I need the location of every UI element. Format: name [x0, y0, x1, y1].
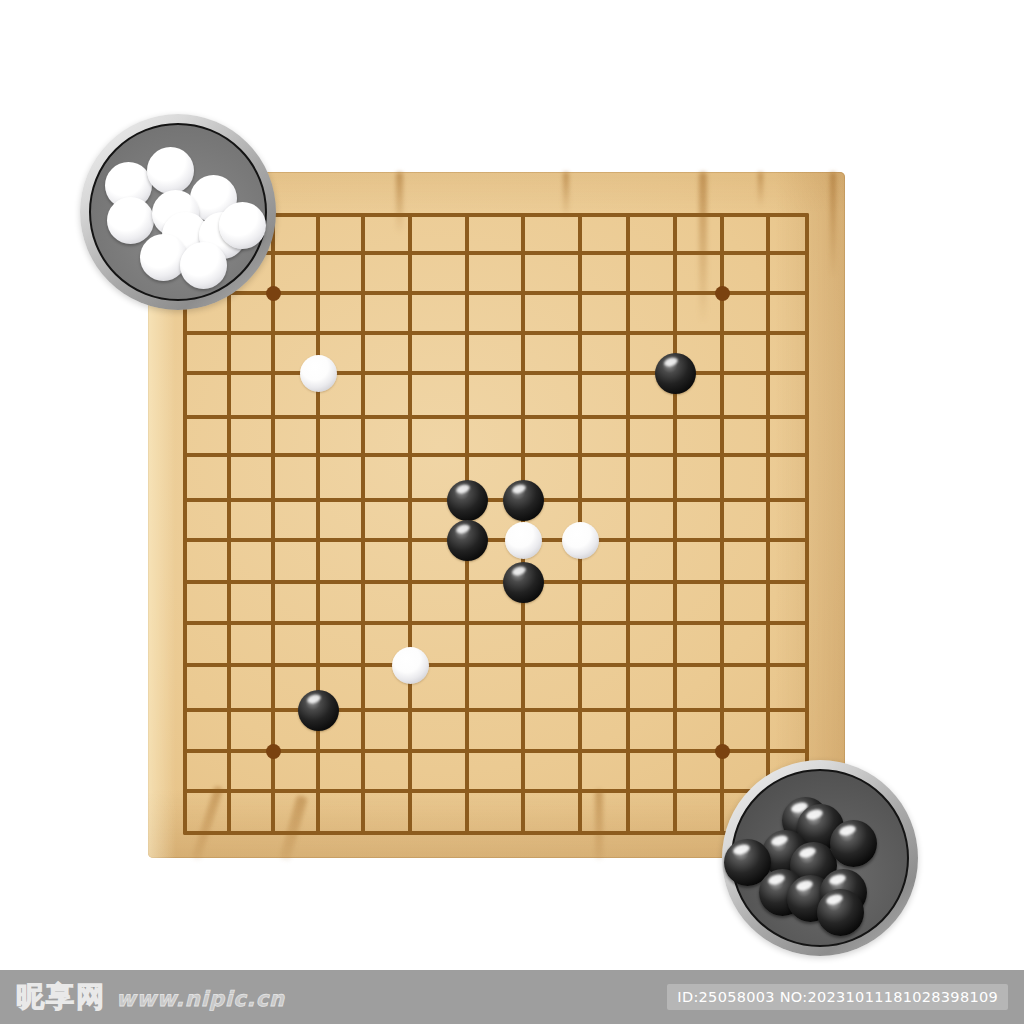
- watermark-site-url: www.nipic.cn: [116, 987, 285, 1011]
- bowl-white-stone: [180, 242, 227, 289]
- grid-line-horizontal: [183, 831, 809, 835]
- black-stone: [447, 480, 488, 521]
- black-stones-bowl: [722, 760, 918, 956]
- grid-line-horizontal: [183, 453, 809, 457]
- wood-grain-streak: [191, 785, 223, 860]
- grid-line-horizontal: [183, 415, 809, 419]
- bowl-black-stone: [817, 889, 864, 936]
- grid-line-horizontal: [183, 580, 809, 584]
- grid-line-vertical: [766, 213, 770, 835]
- wood-grain-streak: [396, 172, 403, 234]
- black-stone: [503, 480, 544, 521]
- bowl-white-stone: [147, 147, 194, 194]
- grid-line-horizontal: [183, 251, 809, 255]
- grid-line-horizontal: [183, 708, 809, 712]
- bowl-white-stone: [140, 234, 187, 281]
- star-point: [266, 286, 281, 301]
- watermark-site-name: 昵享网: [16, 978, 106, 1016]
- star-point: [266, 744, 281, 759]
- wood-grain-streak: [699, 172, 707, 324]
- grid-line-horizontal: [183, 538, 809, 542]
- grid-line-horizontal: [183, 789, 809, 793]
- grid-line-vertical: [227, 213, 231, 835]
- grid-line-vertical: [720, 213, 724, 835]
- black-stone: [447, 520, 488, 561]
- wood-grain-streak: [563, 172, 569, 218]
- grid-line-horizontal: [183, 371, 809, 375]
- grid-line-vertical: [626, 213, 630, 835]
- watermark-site: 昵享网 www.nipic.cn: [16, 978, 285, 1016]
- watermark-bar: 昵享网 www.nipic.cn ID:25058003 NO:20231011…: [0, 970, 1024, 1024]
- grid-line-vertical: [271, 213, 275, 835]
- grid-line-vertical: [805, 213, 809, 835]
- grid-line-horizontal: [183, 213, 809, 217]
- white-stones-bowl: [80, 114, 276, 310]
- black-stone: [655, 353, 696, 394]
- go-illustration-canvas: 昵享网 www.nipic.cn ID:25058003 NO:20231011…: [0, 0, 1024, 1024]
- white-stone: [505, 522, 542, 559]
- grid-line-vertical: [408, 213, 412, 835]
- grid-line-horizontal: [183, 498, 809, 502]
- star-point: [715, 286, 730, 301]
- grid-line-vertical: [673, 213, 677, 835]
- grid-line-vertical: [316, 213, 320, 835]
- grid-line-horizontal: [183, 621, 809, 625]
- black-stone: [298, 690, 339, 731]
- black-stone: [503, 562, 544, 603]
- watermark-id-badge: ID:25058003 NO:20231011181028398109: [667, 984, 1008, 1010]
- white-stone: [562, 522, 599, 559]
- grid-line-horizontal: [183, 331, 809, 335]
- star-point: [715, 744, 730, 759]
- wood-grain-streak: [830, 172, 836, 278]
- grid-line-vertical: [361, 213, 365, 835]
- wood-grain-streak: [758, 172, 763, 207]
- bowl-white-stone: [107, 197, 154, 244]
- white-stone: [392, 647, 429, 684]
- bowl-black-stone: [830, 820, 877, 867]
- wood-grain-streak: [279, 795, 308, 861]
- white-stone: [300, 355, 337, 392]
- bowl-white-stone: [219, 202, 266, 249]
- grid-line-horizontal: [183, 663, 809, 667]
- wood-grain-streak: [595, 790, 603, 860]
